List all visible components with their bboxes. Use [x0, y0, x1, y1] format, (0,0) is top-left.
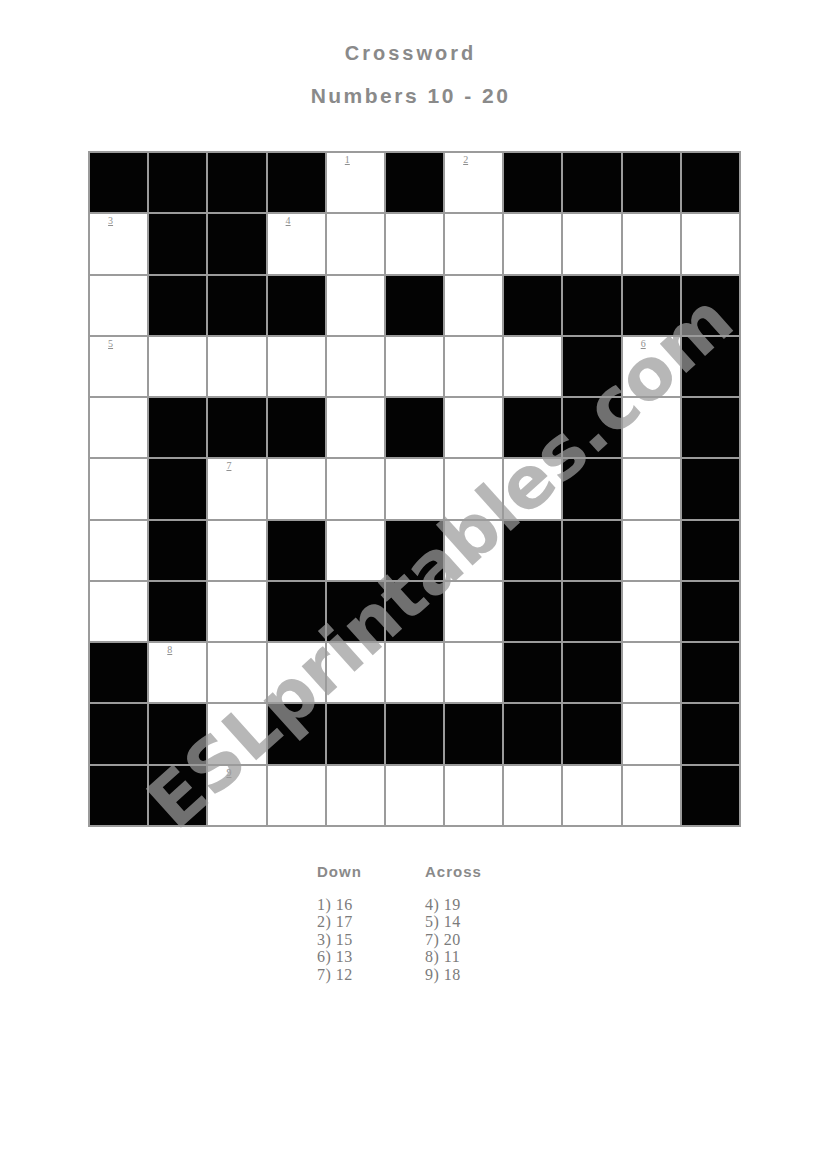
- cell-r6c4[interactable]: [268, 459, 325, 518]
- down-clues-header: Down: [317, 863, 362, 880]
- cell-r11c10[interactable]: [623, 766, 680, 825]
- cell-r6c10[interactable]: [623, 459, 680, 518]
- cell-r5c9: [563, 398, 620, 457]
- cell-r2c9[interactable]: [563, 214, 620, 273]
- cell-r9c1: [90, 643, 147, 702]
- cell-r5c3: [208, 398, 265, 457]
- cell-r10c2: [149, 704, 206, 763]
- crossword-grid: 123456789: [88, 151, 741, 827]
- cell-number: 4: [286, 215, 291, 226]
- cell-r1c3: [208, 153, 265, 212]
- cell-r4c3[interactable]: [208, 337, 265, 396]
- cell-r11c7[interactable]: [445, 766, 502, 825]
- cell-r1c4: [268, 153, 325, 212]
- clue-down-6: 6) 13: [317, 948, 353, 965]
- cell-r9c10[interactable]: [623, 643, 680, 702]
- cell-r1c2: [149, 153, 206, 212]
- cell-r8c4: [268, 582, 325, 641]
- cell-r6c5[interactable]: [327, 459, 384, 518]
- cell-r3c5[interactable]: [327, 276, 384, 335]
- cell-number: 5: [108, 338, 113, 349]
- cell-r7c9: [563, 521, 620, 580]
- cell-r3c1[interactable]: [90, 276, 147, 335]
- cell-r10c11: [682, 704, 739, 763]
- cell-r4c7[interactable]: [445, 337, 502, 396]
- cell-r8c1[interactable]: [90, 582, 147, 641]
- cell-r4c8[interactable]: [504, 337, 561, 396]
- cell-r6c9: [563, 459, 620, 518]
- cell-r9c7[interactable]: [445, 643, 502, 702]
- clue-across-8: 8) 11: [425, 948, 461, 965]
- cell-r5c4: [268, 398, 325, 457]
- cell-r4c4[interactable]: [268, 337, 325, 396]
- cell-r7c1[interactable]: [90, 521, 147, 580]
- cell-r4c5[interactable]: [327, 337, 384, 396]
- cell-r4c9: [563, 337, 620, 396]
- cell-r1c9: [563, 153, 620, 212]
- cell-r9c2[interactable]: 8: [149, 643, 206, 702]
- cell-r1c7[interactable]: 2: [445, 153, 502, 212]
- cell-r2c10[interactable]: [623, 214, 680, 273]
- cell-r1c8: [504, 153, 561, 212]
- cell-r10c9: [563, 704, 620, 763]
- cell-r5c11: [682, 398, 739, 457]
- cell-r11c1: [90, 766, 147, 825]
- cell-r7c4: [268, 521, 325, 580]
- cell-r10c1: [90, 704, 147, 763]
- cell-r8c7[interactable]: [445, 582, 502, 641]
- cell-r3c4: [268, 276, 325, 335]
- cell-r5c8: [504, 398, 561, 457]
- cell-r8c10[interactable]: [623, 582, 680, 641]
- cell-r8c3[interactable]: [208, 582, 265, 641]
- cell-r6c1[interactable]: [90, 459, 147, 518]
- cell-r7c8: [504, 521, 561, 580]
- cell-r9c9: [563, 643, 620, 702]
- clue-down-2: 2) 17: [317, 913, 353, 930]
- cell-r3c10: [623, 276, 680, 335]
- page-subtitle: Numbers 10 - 20: [0, 84, 821, 108]
- cell-r9c4[interactable]: [268, 643, 325, 702]
- cell-r7c10[interactable]: [623, 521, 680, 580]
- cell-r10c10[interactable]: [623, 704, 680, 763]
- cell-r1c11: [682, 153, 739, 212]
- cell-r5c10[interactable]: [623, 398, 680, 457]
- cell-r3c7[interactable]: [445, 276, 502, 335]
- cell-r10c3[interactable]: [208, 704, 265, 763]
- cell-r10c6: [386, 704, 443, 763]
- cell-r6c3[interactable]: 7: [208, 459, 265, 518]
- cell-r6c6[interactable]: [386, 459, 443, 518]
- clue-across-7: 7) 20: [425, 931, 461, 948]
- cell-r5c7[interactable]: [445, 398, 502, 457]
- cell-r2c8[interactable]: [504, 214, 561, 273]
- cell-r10c7: [445, 704, 502, 763]
- cell-number: 9: [226, 767, 231, 778]
- cell-r5c1[interactable]: [90, 398, 147, 457]
- cell-r2c5[interactable]: [327, 214, 384, 273]
- cell-r8c8: [504, 582, 561, 641]
- cell-r6c8[interactable]: [504, 459, 561, 518]
- cell-number: 7: [226, 460, 231, 471]
- cell-r4c11: [682, 337, 739, 396]
- cell-r7c2: [149, 521, 206, 580]
- cell-r2c11[interactable]: [682, 214, 739, 273]
- cell-r2c3: [208, 214, 265, 273]
- cell-r9c11: [682, 643, 739, 702]
- cell-r2c4[interactable]: 4: [268, 214, 325, 273]
- cell-r11c6[interactable]: [386, 766, 443, 825]
- cell-r11c3[interactable]: 9: [208, 766, 265, 825]
- cell-r1c6: [386, 153, 443, 212]
- cell-r3c6: [386, 276, 443, 335]
- cell-r11c11: [682, 766, 739, 825]
- cell-r2c7[interactable]: [445, 214, 502, 273]
- cell-r9c5[interactable]: [327, 643, 384, 702]
- cell-r7c3[interactable]: [208, 521, 265, 580]
- cell-r8c11: [682, 582, 739, 641]
- cell-r7c7[interactable]: [445, 521, 502, 580]
- cell-r11c4[interactable]: [268, 766, 325, 825]
- cell-r4c2[interactable]: [149, 337, 206, 396]
- cell-r5c5[interactable]: [327, 398, 384, 457]
- cell-r8c2: [149, 582, 206, 641]
- across-clues-list: 4) 19 5) 14 7) 20 8) 11 9) 18: [425, 896, 461, 983]
- cell-r6c11: [682, 459, 739, 518]
- page-title: Crossword: [0, 42, 821, 65]
- cell-r10c8: [504, 704, 561, 763]
- cell-r10c4: [268, 704, 325, 763]
- cell-r4c1[interactable]: 5: [90, 337, 147, 396]
- cell-r2c2: [149, 214, 206, 273]
- clue-across-4: 4) 19: [425, 896, 461, 913]
- cell-r2c1[interactable]: 3: [90, 214, 147, 273]
- cell-r2c6[interactable]: [386, 214, 443, 273]
- clue-across-9: 9) 18: [425, 966, 461, 983]
- clue-down-1: 1) 16: [317, 896, 353, 913]
- cell-r6c7[interactable]: [445, 459, 502, 518]
- cell-r3c8: [504, 276, 561, 335]
- cell-r7c6: [386, 521, 443, 580]
- cell-r1c10: [623, 153, 680, 212]
- cell-r8c6: [386, 582, 443, 641]
- clue-across-5: 5) 14: [425, 913, 461, 930]
- across-clues-header: Across: [425, 863, 482, 880]
- cell-r8c5: [327, 582, 384, 641]
- cell-r8c9: [563, 582, 620, 641]
- clue-down-3: 3) 15: [317, 931, 353, 948]
- cell-r9c8: [504, 643, 561, 702]
- down-clues-list: 1) 16 2) 17 3) 15 6) 13 7) 12: [317, 896, 353, 983]
- cell-r11c8[interactable]: [504, 766, 561, 825]
- cell-r6c2: [149, 459, 206, 518]
- cell-number: 1: [345, 154, 350, 165]
- cell-r9c3[interactable]: [208, 643, 265, 702]
- cell-r5c6: [386, 398, 443, 457]
- cell-r3c11: [682, 276, 739, 335]
- cell-r3c3: [208, 276, 265, 335]
- cell-number: 3: [108, 215, 113, 226]
- cell-r3c2: [149, 276, 206, 335]
- clue-down-7: 7) 12: [317, 966, 353, 983]
- cell-r7c5[interactable]: [327, 521, 384, 580]
- cell-r4c6[interactable]: [386, 337, 443, 396]
- cell-r10c5: [327, 704, 384, 763]
- cell-number: 8: [167, 644, 172, 655]
- cell-r3c9: [563, 276, 620, 335]
- cell-r9c6[interactable]: [386, 643, 443, 702]
- cell-number: 2: [463, 154, 468, 165]
- cell-r5c2: [149, 398, 206, 457]
- cell-number: 6: [641, 338, 646, 349]
- cell-r7c11: [682, 521, 739, 580]
- cell-r11c2: [149, 766, 206, 825]
- cell-r1c5[interactable]: 1: [327, 153, 384, 212]
- cell-r1c1: [90, 153, 147, 212]
- cell-r11c5[interactable]: [327, 766, 384, 825]
- cell-r11c9[interactable]: [563, 766, 620, 825]
- cell-r4c10[interactable]: 6: [623, 337, 680, 396]
